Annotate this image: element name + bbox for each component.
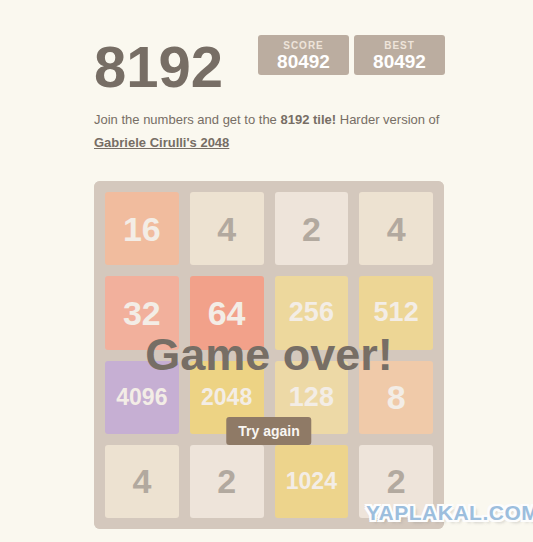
score-label: SCORE (258, 41, 349, 51)
intro-after: Harder version of (336, 112, 439, 127)
site-watermark: YAPLAKAL.COM (366, 501, 533, 525)
game-over-message: Game over! (94, 329, 444, 381)
score-panel: SCORE 80492 BEST 80492 (258, 35, 445, 75)
original-2048-link[interactable]: Gabriele Cirulli's 2048 (94, 132, 229, 153)
best-box: BEST 80492 (354, 35, 445, 75)
intro-text: Join the numbers and get to the 8192 til… (94, 109, 474, 153)
game-page: 8192 SCORE 80492 BEST 80492 Join the num… (0, 0, 533, 542)
score-box: SCORE 80492 (258, 35, 349, 75)
best-value: 80492 (354, 51, 445, 72)
try-again-button[interactable]: Try again (226, 417, 311, 445)
best-label: BEST (354, 41, 445, 51)
page-title: 8192 (94, 38, 223, 96)
intro-goal-bold: 8192 tile! (280, 112, 336, 127)
intro-before: Join the numbers and get to the (94, 112, 280, 127)
score-value: 80492 (258, 51, 349, 72)
game-over-overlay: Game over! Try again (94, 181, 444, 529)
intro-line: Join the numbers and get to the 8192 til… (94, 109, 474, 130)
